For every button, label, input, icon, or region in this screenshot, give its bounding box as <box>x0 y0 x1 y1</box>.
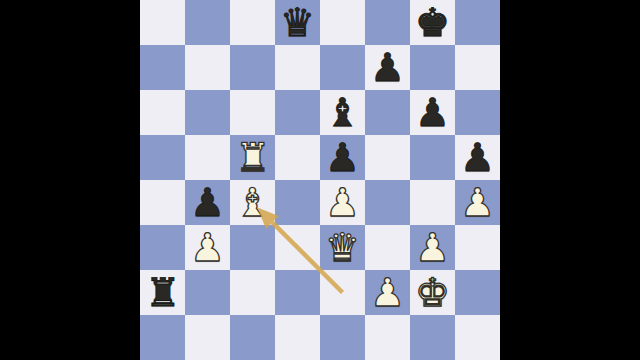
square-c2[interactable] <box>230 270 275 315</box>
square-e4[interactable]: ♟ <box>320 180 365 225</box>
square-b6[interactable] <box>185 90 230 135</box>
square-b4[interactable]: ♟ <box>185 180 230 225</box>
square-d7[interactable] <box>275 45 320 90</box>
chess-app-stage: ♛♚♟♝♟♜♟♟♟♝♟♟♟♛♟♜♟♚ <box>0 0 640 360</box>
white-queen-piece[interactable]: ♛ <box>320 225 365 270</box>
square-b2[interactable] <box>185 270 230 315</box>
square-a2[interactable]: ♜ <box>140 270 185 315</box>
square-a3[interactable] <box>140 225 185 270</box>
square-b3[interactable]: ♟ <box>185 225 230 270</box>
square-d4[interactable] <box>275 180 320 225</box>
square-e1[interactable] <box>320 315 365 360</box>
square-f5[interactable] <box>365 135 410 180</box>
square-f6[interactable] <box>365 90 410 135</box>
square-c5[interactable]: ♜ <box>230 135 275 180</box>
square-g7[interactable] <box>410 45 455 90</box>
square-g3[interactable]: ♟ <box>410 225 455 270</box>
black-pawn-piece[interactable]: ♟ <box>320 135 365 180</box>
square-h4[interactable]: ♟ <box>455 180 500 225</box>
square-a6[interactable] <box>140 90 185 135</box>
square-h1[interactable] <box>455 315 500 360</box>
square-e7[interactable] <box>320 45 365 90</box>
square-f4[interactable] <box>365 180 410 225</box>
square-a1[interactable] <box>140 315 185 360</box>
square-b1[interactable] <box>185 315 230 360</box>
square-c7[interactable] <box>230 45 275 90</box>
square-e8[interactable] <box>320 0 365 45</box>
square-g4[interactable] <box>410 180 455 225</box>
letterbox-right-bar <box>500 0 640 360</box>
white-pawn-piece[interactable]: ♟ <box>410 225 455 270</box>
square-e2[interactable] <box>320 270 365 315</box>
square-c4[interactable]: ♝ <box>230 180 275 225</box>
square-f7[interactable]: ♟ <box>365 45 410 90</box>
white-bishop-piece[interactable]: ♝ <box>230 180 275 225</box>
square-g2[interactable]: ♚ <box>410 270 455 315</box>
black-pawn-piece[interactable]: ♟ <box>365 45 410 90</box>
square-f8[interactable] <box>365 0 410 45</box>
square-f2[interactable]: ♟ <box>365 270 410 315</box>
chess-board: ♛♚♟♝♟♜♟♟♟♝♟♟♟♛♟♜♟♚ <box>140 0 500 360</box>
black-queen-piece[interactable]: ♛ <box>275 0 320 45</box>
square-g8[interactable]: ♚ <box>410 0 455 45</box>
black-pawn-piece[interactable]: ♟ <box>185 180 230 225</box>
square-b5[interactable] <box>185 135 230 180</box>
square-d2[interactable] <box>275 270 320 315</box>
white-pawn-piece[interactable]: ♟ <box>320 180 365 225</box>
square-b7[interactable] <box>185 45 230 90</box>
square-d5[interactable] <box>275 135 320 180</box>
white-pawn-piece[interactable]: ♟ <box>185 225 230 270</box>
square-h2[interactable] <box>455 270 500 315</box>
square-c6[interactable] <box>230 90 275 135</box>
square-g5[interactable] <box>410 135 455 180</box>
square-a8[interactable] <box>140 0 185 45</box>
square-c3[interactable] <box>230 225 275 270</box>
square-b8[interactable] <box>185 0 230 45</box>
square-f3[interactable] <box>365 225 410 270</box>
square-c8[interactable] <box>230 0 275 45</box>
white-rook-piece[interactable]: ♜ <box>230 135 275 180</box>
square-f1[interactable] <box>365 315 410 360</box>
letterbox-left-bar <box>0 0 140 360</box>
black-king-piece[interactable]: ♚ <box>410 0 455 45</box>
square-h5[interactable]: ♟ <box>455 135 500 180</box>
square-h7[interactable] <box>455 45 500 90</box>
black-pawn-piece[interactable]: ♟ <box>410 90 455 135</box>
square-h6[interactable] <box>455 90 500 135</box>
square-e6[interactable]: ♝ <box>320 90 365 135</box>
square-a7[interactable] <box>140 45 185 90</box>
square-e3[interactable]: ♛ <box>320 225 365 270</box>
square-d1[interactable] <box>275 315 320 360</box>
square-h8[interactable] <box>455 0 500 45</box>
black-rook-piece[interactable]: ♜ <box>140 270 185 315</box>
square-g1[interactable] <box>410 315 455 360</box>
square-d8[interactable]: ♛ <box>275 0 320 45</box>
white-pawn-piece[interactable]: ♟ <box>365 270 410 315</box>
square-d3[interactable] <box>275 225 320 270</box>
square-d6[interactable] <box>275 90 320 135</box>
square-a4[interactable] <box>140 180 185 225</box>
black-pawn-piece[interactable]: ♟ <box>455 135 500 180</box>
square-e5[interactable]: ♟ <box>320 135 365 180</box>
square-a5[interactable] <box>140 135 185 180</box>
white-king-piece[interactable]: ♚ <box>410 270 455 315</box>
white-pawn-piece[interactable]: ♟ <box>455 180 500 225</box>
square-h3[interactable] <box>455 225 500 270</box>
black-bishop-piece[interactable]: ♝ <box>320 90 365 135</box>
square-c1[interactable] <box>230 315 275 360</box>
square-g6[interactable]: ♟ <box>410 90 455 135</box>
